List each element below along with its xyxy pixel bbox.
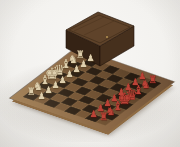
photo-backdrop: ♜♟♟♜♞♟♟♞♝♟♟♝♛♟♟♛♚♟♟♚♝♟♟♝♞♟♟♞♜♟♟♜ (0, 0, 180, 147)
box-keyhole-icon (106, 36, 109, 39)
wooden-storage-box (60, 8, 138, 68)
